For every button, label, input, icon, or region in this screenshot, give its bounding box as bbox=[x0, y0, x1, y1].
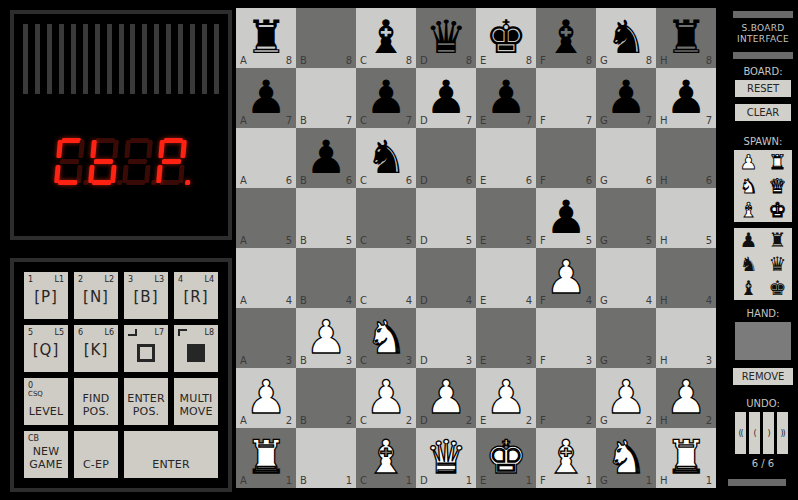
led-digit-3 bbox=[122, 138, 153, 185]
rank-label: 4 bbox=[526, 295, 532, 306]
segment-a bbox=[130, 138, 149, 143]
square-h2[interactable]: H2♟ bbox=[656, 368, 716, 428]
keypad-panel: 1L1[P]2L2[N]3L3[B]4L4[R]5L5[Q]6L6[K]L7L8… bbox=[10, 258, 232, 492]
button-number: 3 bbox=[128, 275, 133, 284]
divider-bar bbox=[728, 479, 786, 486]
button-label: FINDPOS. bbox=[74, 393, 118, 418]
rank-label: 5 bbox=[346, 235, 352, 246]
spawn-white-knight[interactable]: ♞ bbox=[734, 174, 763, 198]
file-label: B bbox=[300, 475, 307, 486]
button-label-line: LEVEL bbox=[24, 406, 68, 419]
square-a2[interactable]: A2♟ bbox=[236, 368, 296, 428]
led-digit-2 bbox=[88, 138, 119, 185]
corner-label: 2 bbox=[78, 275, 83, 284]
piece-white-king: ♚ bbox=[476, 429, 536, 486]
file-label: D bbox=[420, 235, 428, 246]
level-label: L2 bbox=[104, 275, 114, 284]
button-sub-label: CSQ bbox=[28, 390, 43, 398]
segment-f bbox=[90, 140, 97, 158]
file-label: G bbox=[600, 175, 608, 186]
segment-a bbox=[164, 138, 183, 143]
square-e1[interactable]: E1♚ bbox=[476, 428, 536, 488]
button-corner-labels: 3L3 bbox=[128, 275, 164, 284]
segment-b bbox=[146, 140, 153, 158]
file-label: H bbox=[660, 235, 668, 246]
file-label: B bbox=[300, 235, 307, 246]
square-f3[interactable]: F3 bbox=[536, 308, 596, 368]
segment-b bbox=[112, 140, 119, 158]
keypad-button-black-square[interactable]: L8 bbox=[174, 325, 218, 372]
rank-label: 3 bbox=[526, 355, 532, 366]
undo-controls: ((())) bbox=[735, 412, 788, 454]
corner-label bbox=[178, 328, 187, 336]
keypad-button-level[interactable]: 0CSQLEVEL bbox=[24, 378, 68, 425]
corner-label bbox=[128, 328, 137, 336]
rank-label: 3 bbox=[466, 355, 472, 366]
file-label: B bbox=[300, 55, 307, 66]
rank-label: 6 bbox=[646, 175, 652, 186]
piece-white-pawn: ♟ bbox=[536, 249, 596, 306]
button-corner-labels: L7 bbox=[128, 328, 164, 337]
file-label: E bbox=[480, 355, 486, 366]
piece-black-pawn: ♟ bbox=[416, 69, 476, 126]
piece-white-pawn: ♟ bbox=[656, 369, 716, 426]
segment-d bbox=[160, 180, 179, 185]
piece-white-queen: ♛ bbox=[416, 429, 476, 486]
piece-black-knight: ♞ bbox=[356, 129, 416, 186]
grille-bar bbox=[202, 24, 207, 94]
square-g3[interactable]: G3 bbox=[596, 308, 656, 368]
button-corner-labels: 2L2 bbox=[78, 275, 114, 284]
button-corner-labels: 5L5 bbox=[28, 328, 64, 337]
led-display-panel bbox=[10, 10, 232, 240]
square-g7[interactable]: G7♟ bbox=[596, 68, 656, 128]
white-square-icon bbox=[137, 344, 155, 362]
square-d5[interactable]: D5 bbox=[416, 188, 476, 248]
rank-label: 3 bbox=[286, 355, 292, 366]
spawn-black-bishop[interactable]: ♝ bbox=[734, 276, 763, 300]
rank-label: 6 bbox=[466, 175, 472, 186]
grille-bar bbox=[107, 24, 112, 94]
button-label-line: ENTER bbox=[124, 459, 218, 472]
level-label: L6 bbox=[104, 328, 114, 337]
rank-label: 5 bbox=[286, 235, 292, 246]
piece-black-rook: ♜ bbox=[236, 9, 296, 66]
square-h1[interactable]: H1♜ bbox=[656, 428, 716, 488]
button-corner-labels: 0CSQ bbox=[28, 381, 64, 398]
square-f5[interactable]: F5♟ bbox=[536, 188, 596, 248]
file-label: A bbox=[240, 235, 247, 246]
rank-label: 6 bbox=[526, 175, 532, 186]
square-b5[interactable]: B5 bbox=[296, 188, 356, 248]
grille-bar bbox=[23, 24, 28, 94]
grille-bar bbox=[119, 24, 124, 94]
square-h7[interactable]: H7♟ bbox=[656, 68, 716, 128]
keypad-button-knight[interactable]: 2L2[N] bbox=[74, 272, 118, 319]
piece-black-bishop: ♝ bbox=[536, 9, 596, 66]
keypad-button-rook[interactable]: 4L4[R] bbox=[174, 272, 218, 319]
square-d1[interactable]: D1♛ bbox=[416, 428, 476, 488]
rank-label: 6 bbox=[706, 175, 712, 186]
piece-black-pawn: ♟ bbox=[536, 189, 596, 246]
keypad-button-new-game[interactable]: CBNEWGAME bbox=[24, 431, 68, 478]
square-c7[interactable]: C7♟ bbox=[356, 68, 416, 128]
divider-bar bbox=[733, 52, 793, 59]
rank-label: 6 bbox=[586, 175, 592, 186]
spawn-white-pawn[interactable]: ♟ bbox=[734, 150, 763, 174]
segment-b bbox=[78, 140, 85, 158]
segment-d bbox=[58, 180, 77, 185]
black-square-icon bbox=[187, 344, 205, 362]
square-f1[interactable]: F1♝ bbox=[536, 428, 596, 488]
corner-top-left-icon bbox=[178, 329, 187, 336]
clear-button[interactable]: CLEAR bbox=[735, 104, 791, 121]
square-e5[interactable]: E5 bbox=[476, 188, 536, 248]
file-label: B bbox=[300, 415, 307, 426]
piece-white-pawn: ♟ bbox=[596, 369, 656, 426]
spawn-white-bishop[interactable]: ♝ bbox=[734, 198, 763, 222]
square-b7[interactable]: B7 bbox=[296, 68, 356, 128]
square-h5[interactable]: H5 bbox=[656, 188, 716, 248]
button-number: 0 bbox=[28, 381, 33, 390]
piece-black-bishop: ♝ bbox=[356, 9, 416, 66]
rank-label: 3 bbox=[586, 355, 592, 366]
square-b2[interactable]: B2 bbox=[296, 368, 356, 428]
segment-d bbox=[126, 180, 145, 185]
button-label-line: POS. bbox=[74, 406, 118, 419]
square-a4[interactable]: A4 bbox=[236, 248, 296, 308]
square-e3[interactable]: E3 bbox=[476, 308, 536, 368]
spawn-black-king[interactable]: ♚ bbox=[763, 276, 792, 300]
button-label: MULTIMOVE bbox=[174, 393, 218, 418]
button-number: CB bbox=[28, 434, 39, 443]
square-a3[interactable]: A3 bbox=[236, 308, 296, 368]
segment-a bbox=[62, 138, 81, 143]
level-label: L3 bbox=[154, 275, 164, 284]
level-label: L1 bbox=[54, 275, 64, 284]
square-d8[interactable]: D8♛ bbox=[416, 8, 476, 68]
button-label: [Q] bbox=[24, 341, 68, 359]
square-d4[interactable]: D4 bbox=[416, 248, 476, 308]
panel-title: S.BOARD INTERFACE bbox=[728, 23, 798, 45]
board-section-label: BOARD: bbox=[728, 66, 798, 77]
button-number: 1 bbox=[28, 275, 33, 284]
square-f4[interactable]: F4♟ bbox=[536, 248, 596, 308]
file-label: E bbox=[480, 295, 486, 306]
square-b3[interactable]: B3♟ bbox=[296, 308, 356, 368]
rank-label: 4 bbox=[706, 295, 712, 306]
rank-label: 6 bbox=[286, 175, 292, 186]
button-corner-labels: L8 bbox=[178, 328, 214, 337]
piece-black-knight: ♞ bbox=[596, 9, 656, 66]
square-h6[interactable]: H6 bbox=[656, 128, 716, 188]
corner-label: 5 bbox=[28, 328, 33, 337]
button-label: LEVEL bbox=[24, 406, 68, 419]
decimal-point bbox=[185, 180, 190, 185]
grille-bar bbox=[190, 24, 195, 94]
square-f8[interactable]: F8♝ bbox=[536, 8, 596, 68]
square-a7[interactable]: A7♟ bbox=[236, 68, 296, 128]
square-d2[interactable]: D2♟ bbox=[416, 368, 476, 428]
file-label: G bbox=[600, 295, 608, 306]
button-label-line: NEW bbox=[24, 446, 68, 459]
segment-g bbox=[128, 159, 147, 164]
square-a6[interactable]: A6 bbox=[236, 128, 296, 188]
file-label: G bbox=[600, 235, 608, 246]
spawn-white-pieces: ♟♜♞♛♝♚ bbox=[734, 150, 792, 222]
spawn-white-king[interactable]: ♚ bbox=[763, 198, 792, 222]
rank-label: 3 bbox=[646, 355, 652, 366]
square-d3[interactable]: D3 bbox=[416, 308, 476, 368]
square-c3[interactable]: C3♞ bbox=[356, 308, 416, 368]
button-number: 4 bbox=[178, 275, 183, 284]
divider-bar bbox=[733, 11, 793, 18]
piece-white-knight: ♞ bbox=[596, 429, 656, 486]
undo-fast-forward-button[interactable]: )) bbox=[777, 412, 788, 454]
piece-white-pawn: ♟ bbox=[416, 369, 476, 426]
square-c1[interactable]: C1♝ bbox=[356, 428, 416, 488]
segment-f bbox=[124, 140, 131, 158]
file-label: C bbox=[360, 235, 367, 246]
square-e7[interactable]: E7♟ bbox=[476, 68, 536, 128]
button-label-line: FIND bbox=[74, 393, 118, 406]
rank-label: 4 bbox=[406, 295, 412, 306]
grille-bar bbox=[35, 24, 40, 94]
corner-label: 0CSQ bbox=[28, 381, 43, 398]
file-label: F bbox=[540, 415, 546, 426]
rank-label: 5 bbox=[466, 235, 472, 246]
square-a1[interactable]: A1♜ bbox=[236, 428, 296, 488]
rank-label: 7 bbox=[346, 115, 352, 126]
square-b1[interactable]: B1 bbox=[296, 428, 356, 488]
button-label-line: MULTI bbox=[174, 393, 218, 406]
segment-g bbox=[94, 159, 113, 164]
led-display bbox=[56, 138, 186, 185]
square-g5[interactable]: G5 bbox=[596, 188, 656, 248]
button-label-line: MOVE bbox=[174, 406, 218, 419]
square-b6[interactable]: B6♟ bbox=[296, 128, 356, 188]
rank-label: 8 bbox=[346, 55, 352, 66]
chess-computer-ui: 1L1[P]2L2[N]3L3[B]4L4[R]5L5[Q]6L6[K]L7L8… bbox=[0, 0, 798, 500]
grille-bar bbox=[142, 24, 147, 94]
rank-label: 2 bbox=[346, 415, 352, 426]
square-g6[interactable]: G6 bbox=[596, 128, 656, 188]
button-corner-labels: CB bbox=[28, 434, 64, 443]
keypad-button-pawn[interactable]: 1L1[P] bbox=[24, 272, 68, 319]
grille-bar bbox=[95, 24, 100, 94]
square-g2[interactable]: G2♟ bbox=[596, 368, 656, 428]
button-label: [K] bbox=[74, 341, 118, 359]
panel-title-line1: S.BOARD bbox=[728, 23, 798, 34]
rank-label: 4 bbox=[346, 295, 352, 306]
button-label: C-EP bbox=[74, 459, 118, 472]
square-c5[interactable]: C5 bbox=[356, 188, 416, 248]
chess-board: A8♜B8C8♝D8♛E8♚F8♝G8♞H8♜A7♟B7C7♟D7♟E7♟F7G… bbox=[236, 8, 716, 488]
piece-black-rook: ♜ bbox=[656, 9, 716, 66]
side-panel: S.BOARD INTERFACE BOARD: RESET CLEAR SPA… bbox=[728, 0, 798, 500]
piece-white-pawn: ♟ bbox=[356, 369, 416, 426]
square-d7[interactable]: D7♟ bbox=[416, 68, 476, 128]
square-f7[interactable]: F7 bbox=[536, 68, 596, 128]
keypad-button-enter[interactable]: ENTER bbox=[124, 431, 218, 478]
square-g8[interactable]: G8♞ bbox=[596, 8, 656, 68]
rank-label: 4 bbox=[646, 295, 652, 306]
grille-bar bbox=[154, 24, 159, 94]
file-label: A bbox=[240, 295, 247, 306]
piece-black-pawn: ♟ bbox=[236, 69, 296, 126]
corner-label: CB bbox=[28, 434, 39, 443]
square-a5[interactable]: A5 bbox=[236, 188, 296, 248]
square-h4[interactable]: H4 bbox=[656, 248, 716, 308]
segment-d bbox=[92, 180, 111, 185]
undo-counter: 6 / 6 bbox=[728, 458, 798, 469]
corner-label: 1 bbox=[28, 275, 33, 284]
keypad-button-white-square[interactable]: L7 bbox=[124, 325, 168, 372]
button-label-line: ENTER bbox=[124, 393, 168, 406]
button-label: [N] bbox=[74, 288, 118, 306]
piece-black-king: ♚ bbox=[476, 9, 536, 66]
segment-b bbox=[180, 140, 187, 158]
spawn-black-rook[interactable]: ♜ bbox=[763, 228, 792, 252]
spawn-black-knight[interactable]: ♞ bbox=[734, 252, 763, 276]
piece-white-knight: ♞ bbox=[356, 309, 416, 366]
file-label: E bbox=[480, 175, 486, 186]
spawn-white-queen[interactable]: ♛ bbox=[763, 174, 792, 198]
grille-bar bbox=[130, 24, 135, 94]
rank-label: 1 bbox=[346, 475, 352, 486]
square-d6[interactable]: D6 bbox=[416, 128, 476, 188]
rank-label: 5 bbox=[706, 235, 712, 246]
keypad-button-king[interactable]: 6L6[K] bbox=[74, 325, 118, 372]
file-label: A bbox=[240, 355, 247, 366]
button-label: NEWGAME bbox=[24, 446, 68, 471]
keypad-button-bishop[interactable]: 3L3[B] bbox=[124, 272, 168, 319]
button-corner-labels: 4L4 bbox=[178, 275, 214, 284]
keypad: 1L1[P]2L2[N]3L3[B]4L4[R]5L5[Q]6L6[K]L7L8… bbox=[24, 272, 218, 478]
speaker-grille bbox=[23, 24, 219, 94]
piece-white-rook: ♜ bbox=[656, 429, 716, 486]
undo-fast-back-button[interactable]: (( bbox=[735, 412, 746, 454]
square-c6[interactable]: C6♞ bbox=[356, 128, 416, 188]
remove-button[interactable]: REMOVE bbox=[733, 368, 793, 385]
corner-label: 6 bbox=[78, 328, 83, 337]
led-digit-1 bbox=[54, 138, 85, 185]
segment-f bbox=[56, 140, 63, 158]
square-b8[interactable]: B8 bbox=[296, 8, 356, 68]
button-label: [R] bbox=[174, 288, 218, 306]
segment-g bbox=[162, 159, 181, 164]
grille-bar bbox=[47, 24, 52, 94]
square-c2[interactable]: C2♟ bbox=[356, 368, 416, 428]
square-c4[interactable]: C4 bbox=[356, 248, 416, 308]
spawn-section-label: SPAWN: bbox=[728, 136, 798, 147]
grille-bar bbox=[214, 24, 219, 94]
square-e4[interactable]: E4 bbox=[476, 248, 536, 308]
square-a8[interactable]: A8♜ bbox=[236, 8, 296, 68]
corner-label: 3 bbox=[128, 275, 133, 284]
square-g1[interactable]: G1♞ bbox=[596, 428, 656, 488]
file-label: C bbox=[360, 295, 367, 306]
segment-g bbox=[60, 159, 79, 164]
segment-a bbox=[96, 138, 115, 143]
piece-white-bishop: ♝ bbox=[356, 429, 416, 486]
spawn-black-queen[interactable]: ♛ bbox=[763, 252, 792, 276]
file-label: H bbox=[660, 355, 668, 366]
file-label: D bbox=[420, 175, 428, 186]
square-b4[interactable]: B4 bbox=[296, 248, 356, 308]
piece-black-pawn: ♟ bbox=[656, 69, 716, 126]
undo-back-button[interactable]: ( bbox=[749, 412, 760, 454]
square-e6[interactable]: E6 bbox=[476, 128, 536, 188]
reset-button[interactable]: RESET bbox=[735, 80, 791, 97]
file-label: F bbox=[540, 355, 546, 366]
file-label: F bbox=[540, 175, 546, 186]
rank-label: 5 bbox=[406, 235, 412, 246]
square-f2[interactable]: F2 bbox=[536, 368, 596, 428]
file-label: E bbox=[480, 235, 486, 246]
square-h8[interactable]: H8♜ bbox=[656, 8, 716, 68]
square-e2[interactable]: E2♟ bbox=[476, 368, 536, 428]
square-h3[interactable]: H3 bbox=[656, 308, 716, 368]
undo-forward-button[interactable]: ) bbox=[763, 412, 774, 454]
corner-label: 4 bbox=[178, 275, 183, 284]
file-label: D bbox=[420, 355, 428, 366]
keypad-button-multi-move[interactable]: MULTIMOVE bbox=[174, 378, 218, 425]
rank-label: 4 bbox=[466, 295, 472, 306]
square-c8[interactable]: C8♝ bbox=[356, 8, 416, 68]
piece-white-pawn: ♟ bbox=[476, 369, 536, 426]
button-label-line: POS. bbox=[124, 406, 168, 419]
keypad-button-enter-pos[interactable]: ENTERPOS. bbox=[124, 378, 168, 425]
grille-bar bbox=[166, 24, 171, 94]
rank-label: 5 bbox=[526, 235, 532, 246]
level-label: L8 bbox=[204, 328, 214, 337]
button-number: 6 bbox=[78, 328, 83, 337]
square-f6[interactable]: F6 bbox=[536, 128, 596, 188]
hand-section-label: HAND: bbox=[728, 308, 798, 319]
file-label: H bbox=[660, 295, 668, 306]
button-corner-labels: 1L1 bbox=[28, 275, 64, 284]
file-label: B bbox=[300, 115, 307, 126]
piece-black-pawn: ♟ bbox=[356, 69, 416, 126]
button-number: 5 bbox=[28, 328, 33, 337]
button-label: [B] bbox=[124, 288, 168, 306]
grille-bar bbox=[59, 24, 64, 94]
piece-black-pawn: ♟ bbox=[476, 69, 536, 126]
grille-bar bbox=[83, 24, 88, 94]
keypad-button-queen[interactable]: 5L5[Q] bbox=[24, 325, 68, 372]
keypad-button-find-pos[interactable]: FINDPOS. bbox=[74, 378, 118, 425]
file-label: F bbox=[540, 115, 546, 126]
square-g4[interactable]: G4 bbox=[596, 248, 656, 308]
level-label: L5 bbox=[54, 328, 64, 337]
file-label: H bbox=[660, 175, 668, 186]
grille-bar bbox=[71, 24, 76, 94]
rank-label: 3 bbox=[706, 355, 712, 366]
file-label: B bbox=[300, 295, 307, 306]
square-e8[interactable]: E8♚ bbox=[476, 8, 536, 68]
piece-black-pawn: ♟ bbox=[296, 129, 356, 186]
button-label: ENTER bbox=[124, 459, 218, 472]
piece-black-pawn: ♟ bbox=[596, 69, 656, 126]
hand-slot[interactable] bbox=[735, 322, 791, 360]
corner-bottom-right-icon bbox=[128, 329, 137, 336]
keypad-button-c-ep[interactable]: C-EP bbox=[74, 431, 118, 478]
piece-white-rook: ♜ bbox=[236, 429, 296, 486]
piece-white-bishop: ♝ bbox=[536, 429, 596, 486]
spawn-black-pawn[interactable]: ♟ bbox=[734, 228, 763, 252]
spawn-white-rook[interactable]: ♜ bbox=[763, 150, 792, 174]
